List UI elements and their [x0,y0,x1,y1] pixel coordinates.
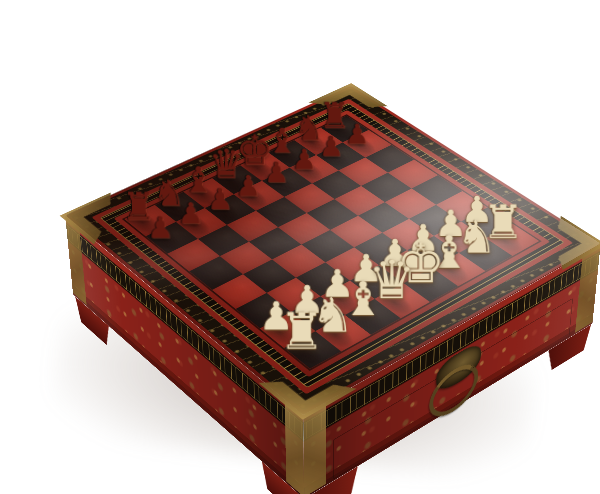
piece-red-pawn[interactable]: ♟ [207,186,233,215]
piece-ivory-rook[interactable]: ♜ [279,306,324,356]
piece-red-pawn[interactable]: ♟ [178,199,204,228]
piece-red-pawn[interactable]: ♟ [292,146,317,174]
piece-red-pawn[interactable]: ♟ [236,172,261,200]
piece-red-pawn[interactable]: ♟ [319,133,344,160]
piece-red-pawn[interactable]: ♟ [148,213,174,242]
product-photo-scene: ♜♟♟♜♞♟♟♞♝♟♟♝♚♟♟♚♛♟♟♛♝♟♟♝♞♟♟♞♜♟♟♜ [0,0,600,494]
chess-box: ♜♟♟♜♞♟♟♞♝♟♟♝♚♟♟♚♛♟♟♛♝♟♟♝♞♟♟♞♜♟♟♜ [65,86,600,415]
piece-red-pawn[interactable]: ♟ [264,159,289,187]
piece-red-pawn[interactable]: ♟ [345,121,369,148]
